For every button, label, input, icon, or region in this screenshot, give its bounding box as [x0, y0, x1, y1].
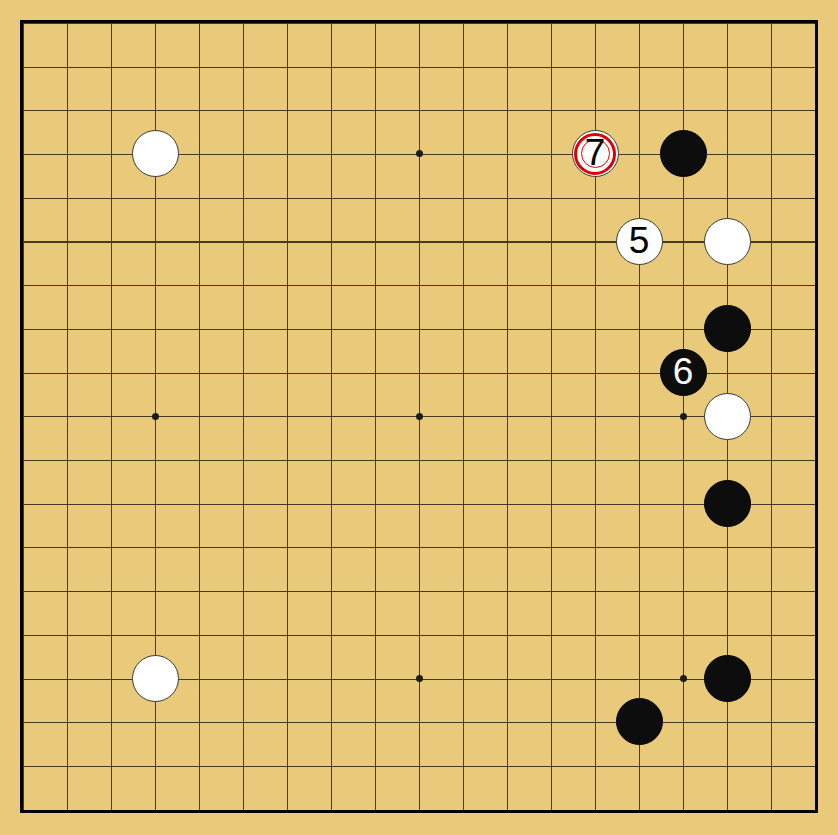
stone-black-O3[interactable] [616, 698, 663, 745]
stone-white-Q10[interactable] [704, 393, 751, 440]
go-diagram-page: 756 [0, 0, 838, 835]
stone-white-D16[interactable] [132, 130, 179, 177]
stone-white-O14[interactable]: 5 [616, 218, 663, 265]
stone-white-Q14[interactable] [704, 218, 751, 265]
hoshi-point [152, 413, 159, 420]
goban-grid[interactable]: 756 [1, 1, 837, 831]
stone-black-P16[interactable] [660, 130, 707, 177]
move-number-label: 5 [629, 222, 650, 259]
hoshi-point [416, 413, 423, 420]
stone-white-D4[interactable] [132, 655, 179, 702]
hoshi-point [680, 413, 687, 420]
stone-black-Q8[interactable] [704, 480, 751, 527]
stone-black-Q12[interactable] [704, 305, 751, 352]
hoshi-point [416, 675, 423, 682]
move-number-label: 7 [585, 134, 606, 171]
stone-white-N16[interactable]: 7 [572, 130, 619, 177]
move-number-label: 6 [673, 353, 694, 390]
hoshi-point [416, 150, 423, 157]
stone-black-Q4[interactable] [704, 655, 751, 702]
stone-black-P11[interactable]: 6 [660, 349, 707, 396]
hoshi-point [680, 675, 687, 682]
